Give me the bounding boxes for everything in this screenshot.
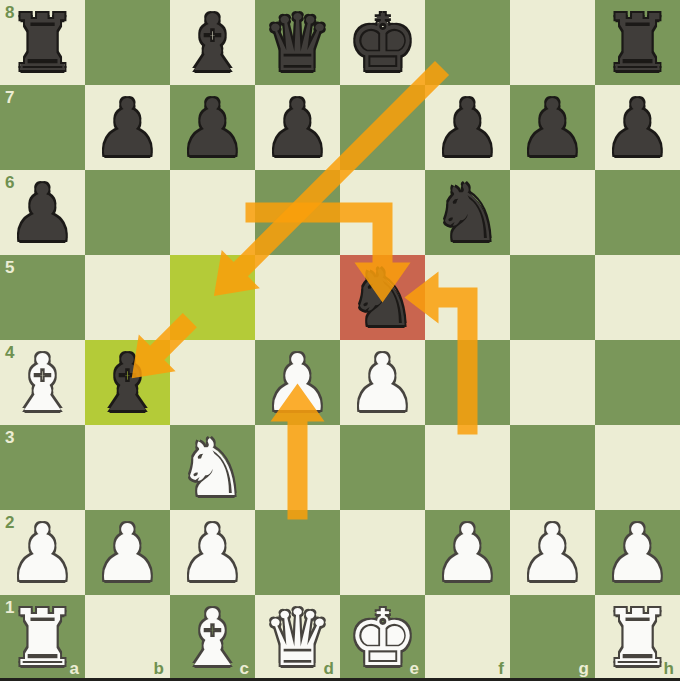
square-f5[interactable] (425, 255, 510, 340)
square-d8[interactable]: ♛ (255, 0, 340, 85)
white-pawn[interactable]: ♟ (170, 510, 255, 595)
white-king[interactable]: ♚ (340, 595, 425, 680)
white-pawn[interactable]: ♟ (255, 340, 340, 425)
chess-board: ♜8♝♛♚♜7♟♟♟♟♟♟♟6♞5♞♝4♝♟♟3♞♟2♟♟♟♟♟♜1ab♝c♛d… (0, 0, 680, 680)
black-rook[interactable]: ♜ (0, 0, 85, 85)
square-a5[interactable]: 5 (0, 255, 85, 340)
white-pawn[interactable]: ♟ (510, 510, 595, 595)
square-b5[interactable] (85, 255, 170, 340)
square-f7[interactable]: ♟ (425, 85, 510, 170)
square-d2[interactable] (255, 510, 340, 595)
black-pawn[interactable]: ♟ (85, 85, 170, 170)
square-h8[interactable]: ♜ (595, 0, 680, 85)
square-c2[interactable]: ♟ (170, 510, 255, 595)
square-f8[interactable] (425, 0, 510, 85)
square-d6[interactable] (255, 170, 340, 255)
square-f2[interactable]: ♟ (425, 510, 510, 595)
white-rook[interactable]: ♜ (0, 595, 85, 680)
black-pawn[interactable]: ♟ (255, 85, 340, 170)
square-h3[interactable] (595, 425, 680, 510)
square-h4[interactable] (595, 340, 680, 425)
square-a1[interactable]: ♜1a (0, 595, 85, 680)
square-f4[interactable] (425, 340, 510, 425)
square-a4[interactable]: ♝4 (0, 340, 85, 425)
square-g8[interactable] (510, 0, 595, 85)
file-label-f: f (498, 659, 504, 679)
square-c8[interactable]: ♝ (170, 0, 255, 85)
black-knight[interactable]: ♞ (425, 170, 510, 255)
square-b2[interactable]: ♟ (85, 510, 170, 595)
square-h7[interactable]: ♟ (595, 85, 680, 170)
square-a6[interactable]: ♟6 (0, 170, 85, 255)
square-h1[interactable]: ♜h (595, 595, 680, 680)
square-e3[interactable] (340, 425, 425, 510)
square-g5[interactable] (510, 255, 595, 340)
square-g6[interactable] (510, 170, 595, 255)
square-a7[interactable]: 7 (0, 85, 85, 170)
black-rook[interactable]: ♜ (595, 0, 680, 85)
rank-label-7: 7 (5, 88, 14, 108)
black-bishop[interactable]: ♝ (85, 340, 170, 425)
file-label-g: g (579, 659, 589, 679)
square-e5[interactable]: ♞ (340, 255, 425, 340)
black-bishop[interactable]: ♝ (170, 0, 255, 85)
white-queen[interactable]: ♛ (255, 595, 340, 680)
black-pawn[interactable]: ♟ (170, 85, 255, 170)
square-e8[interactable]: ♚ (340, 0, 425, 85)
square-c3[interactable]: ♞ (170, 425, 255, 510)
white-rook[interactable]: ♜ (595, 595, 680, 680)
square-c7[interactable]: ♟ (170, 85, 255, 170)
square-b4[interactable]: ♝ (85, 340, 170, 425)
square-b7[interactable]: ♟ (85, 85, 170, 170)
black-knight[interactable]: ♞ (340, 255, 425, 340)
square-b1[interactable]: b (85, 595, 170, 680)
square-e4[interactable]: ♟ (340, 340, 425, 425)
square-d7[interactable]: ♟ (255, 85, 340, 170)
square-d1[interactable]: ♛d (255, 595, 340, 680)
black-pawn[interactable]: ♟ (425, 85, 510, 170)
white-pawn[interactable]: ♟ (0, 510, 85, 595)
square-c6[interactable] (170, 170, 255, 255)
square-b3[interactable] (85, 425, 170, 510)
square-h5[interactable] (595, 255, 680, 340)
square-c1[interactable]: ♝c (170, 595, 255, 680)
square-g4[interactable] (510, 340, 595, 425)
square-g2[interactable]: ♟ (510, 510, 595, 595)
black-queen[interactable]: ♛ (255, 0, 340, 85)
white-pawn[interactable]: ♟ (85, 510, 170, 595)
rank-label-3: 3 (5, 428, 14, 448)
square-f3[interactable] (425, 425, 510, 510)
square-d5[interactable] (255, 255, 340, 340)
square-f6[interactable]: ♞ (425, 170, 510, 255)
black-pawn[interactable]: ♟ (595, 85, 680, 170)
square-g7[interactable]: ♟ (510, 85, 595, 170)
square-f1[interactable]: f (425, 595, 510, 680)
white-bishop[interactable]: ♝ (0, 340, 85, 425)
black-pawn[interactable]: ♟ (0, 170, 85, 255)
square-g3[interactable] (510, 425, 595, 510)
square-a3[interactable]: 3 (0, 425, 85, 510)
square-g1[interactable]: g (510, 595, 595, 680)
black-king[interactable]: ♚ (340, 0, 425, 85)
white-pawn[interactable]: ♟ (425, 510, 510, 595)
square-d4[interactable]: ♟ (255, 340, 340, 425)
square-c5[interactable] (170, 255, 255, 340)
white-pawn[interactable]: ♟ (340, 340, 425, 425)
file-label-b: b (154, 659, 164, 679)
square-a2[interactable]: ♟2 (0, 510, 85, 595)
black-pawn[interactable]: ♟ (510, 85, 595, 170)
white-knight[interactable]: ♞ (170, 425, 255, 510)
square-b6[interactable] (85, 170, 170, 255)
square-a8[interactable]: ♜8 (0, 0, 85, 85)
square-h2[interactable]: ♟ (595, 510, 680, 595)
square-b8[interactable] (85, 0, 170, 85)
square-e2[interactable] (340, 510, 425, 595)
square-e7[interactable] (340, 85, 425, 170)
rank-label-5: 5 (5, 258, 14, 278)
white-bishop[interactable]: ♝ (170, 595, 255, 680)
square-e6[interactable] (340, 170, 425, 255)
square-d3[interactable] (255, 425, 340, 510)
square-e1[interactable]: ♚e (340, 595, 425, 680)
white-pawn[interactable]: ♟ (595, 510, 680, 595)
square-c4[interactable] (170, 340, 255, 425)
square-h6[interactable] (595, 170, 680, 255)
